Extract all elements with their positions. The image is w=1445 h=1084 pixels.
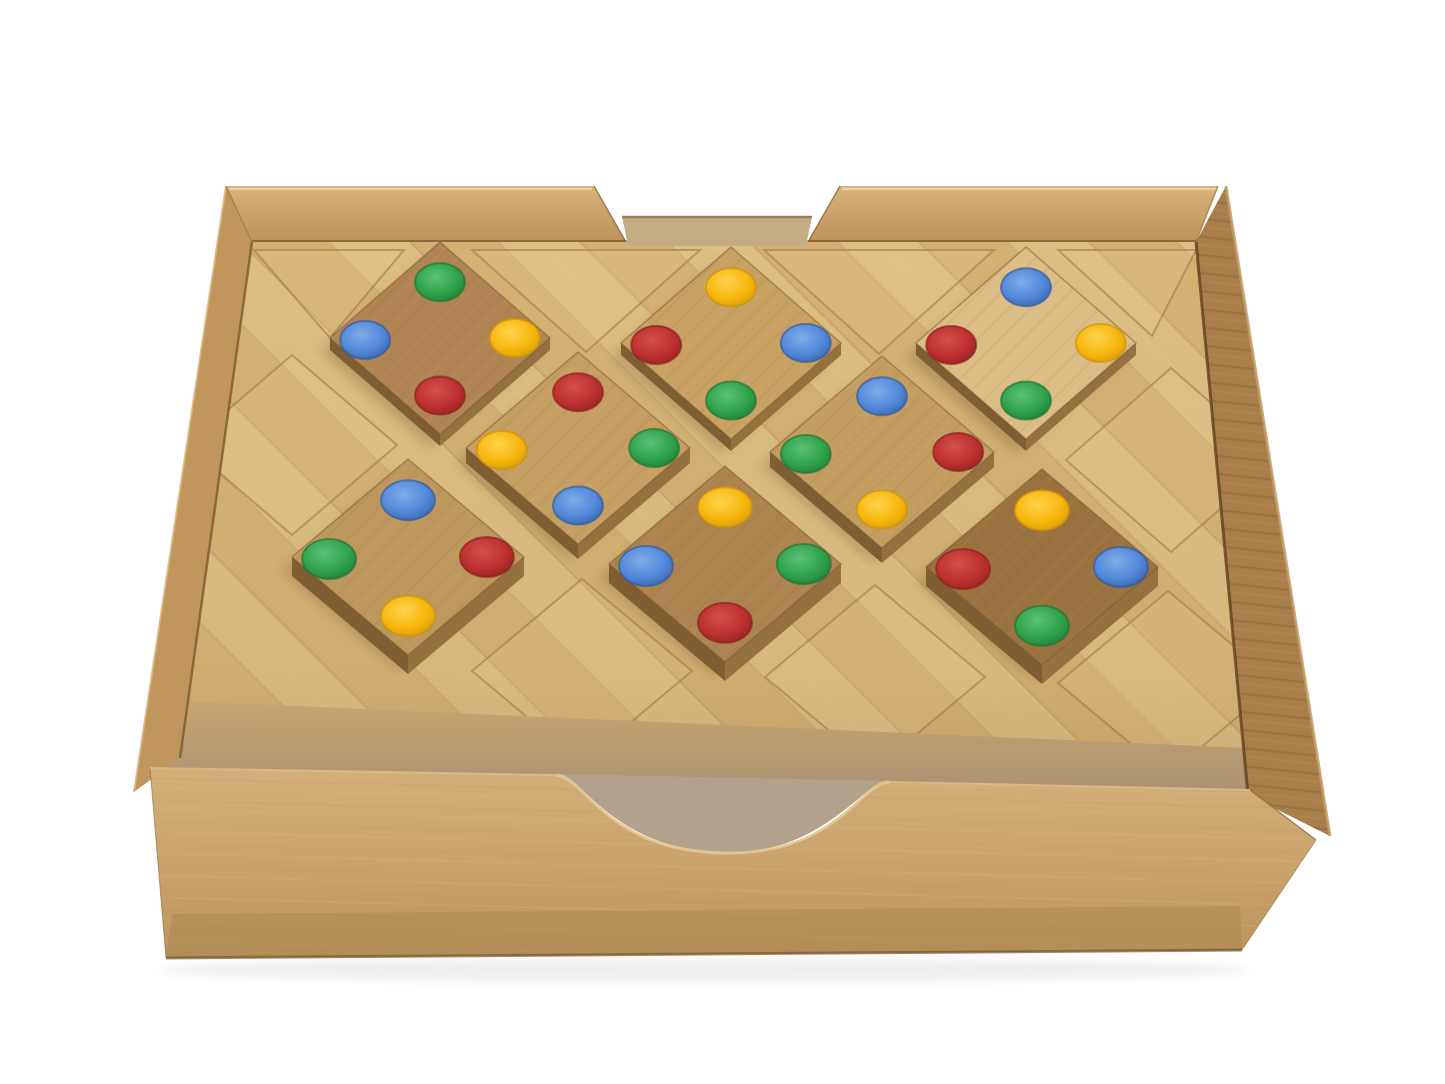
puzzle-box bbox=[0, 0, 1445, 1084]
green-dot bbox=[1015, 606, 1069, 646]
blue-dot bbox=[1001, 268, 1051, 306]
green-dot bbox=[781, 435, 831, 473]
green-dot bbox=[629, 429, 679, 467]
red-dot bbox=[926, 326, 976, 364]
yellow-dot bbox=[857, 491, 907, 529]
back-rim-right bbox=[808, 186, 1218, 242]
yellow-dot bbox=[490, 319, 540, 357]
green-dot bbox=[302, 539, 356, 579]
red-dot bbox=[460, 537, 514, 577]
red-dot bbox=[631, 326, 681, 364]
green-dot bbox=[777, 544, 831, 584]
yellow-dot bbox=[706, 268, 756, 306]
notch-ledge bbox=[622, 216, 812, 246]
blue-dot bbox=[1094, 547, 1148, 587]
green-dot bbox=[706, 382, 756, 420]
yellow-dot bbox=[477, 431, 527, 469]
red-dot bbox=[936, 549, 990, 589]
green-dot bbox=[1001, 382, 1051, 420]
blue-dot bbox=[781, 324, 831, 362]
yellow-dot bbox=[381, 596, 435, 636]
back-rim-left bbox=[226, 186, 626, 242]
green-dot bbox=[415, 263, 465, 301]
red-dot bbox=[933, 433, 983, 471]
yellow-dot bbox=[698, 487, 752, 527]
blue-dot bbox=[857, 377, 907, 415]
blue-dot bbox=[619, 546, 673, 586]
photo-canvas bbox=[0, 0, 1445, 1084]
red-dot bbox=[698, 603, 752, 643]
ground-shadow bbox=[159, 959, 1249, 981]
yellow-dot bbox=[1076, 324, 1126, 362]
red-dot bbox=[553, 373, 603, 411]
yellow-dot bbox=[1015, 490, 1069, 530]
back-rim bbox=[226, 186, 1218, 246]
blue-dot bbox=[340, 321, 390, 359]
blue-dot bbox=[553, 487, 603, 525]
blue-dot bbox=[381, 480, 435, 520]
red-dot bbox=[415, 377, 465, 415]
